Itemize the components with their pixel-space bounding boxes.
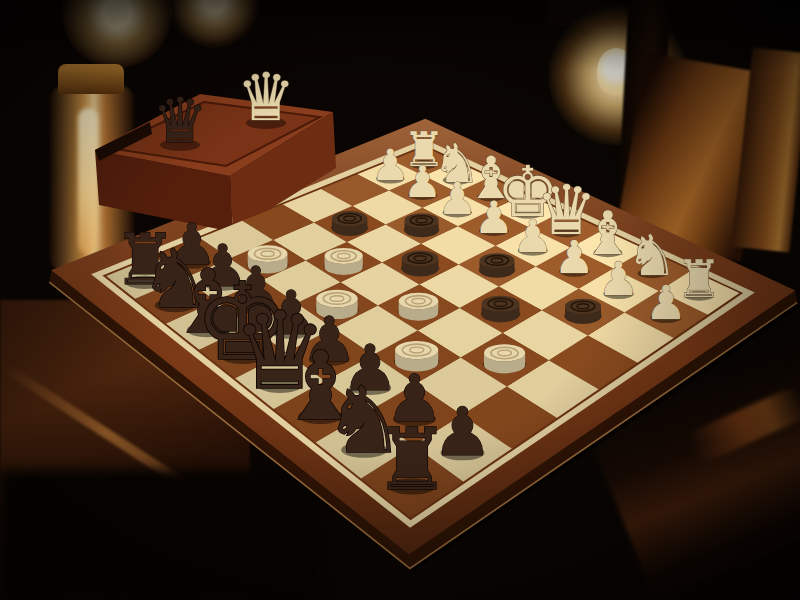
svg-text:♟: ♟ <box>645 275 687 330</box>
white-pawn-g2: ♟ <box>403 157 442 207</box>
svg-text:♟: ♟ <box>438 173 478 224</box>
white-pawn-d2: ♟ <box>513 210 554 263</box>
white-pawn-c2: ♟ <box>554 231 595 284</box>
svg-text:♜: ♜ <box>374 410 450 509</box>
white-pawn-e2: ♟ <box>474 192 514 244</box>
photo-chess-checkers-scene: { "game": "chess with checkers (combinat… <box>0 0 800 600</box>
dark-checker-c4 <box>481 296 521 323</box>
dark-checker-f3 <box>404 213 440 237</box>
spare-black-queen: ♛ <box>152 84 208 157</box>
spare-white-queen: ♛ <box>236 59 295 136</box>
chessboard-scene: ♛♛♜♟♞♟♝♟♚♟♛♟♝♟♟♞♜♟♟♜♞♟♟♝♟♚♟♛♟♝♟♞♟♜ <box>0 0 800 600</box>
svg-text:♟: ♟ <box>513 210 554 263</box>
svg-text:♟: ♟ <box>403 157 442 207</box>
light-checker-b5 <box>483 344 526 373</box>
svg-text:♟: ♟ <box>554 231 595 284</box>
svg-text:♟: ♟ <box>474 192 514 244</box>
dark-checker-g4 <box>331 211 368 236</box>
light-checker-f5 <box>324 248 364 275</box>
white-pawn-f2: ♟ <box>438 173 478 224</box>
svg-text:♟: ♟ <box>598 252 640 306</box>
dark-checker-d3 <box>479 253 516 278</box>
light-checker-d5 <box>398 293 440 321</box>
white-pawn-b2: ♟ <box>598 252 640 306</box>
white-pawn-a2: ♟ <box>645 275 687 330</box>
dark-checker-b3 <box>564 299 602 324</box>
black-rook-a8: ♜ <box>374 410 450 509</box>
dark-checker-e4 <box>401 251 439 277</box>
svg-text:♛: ♛ <box>236 59 295 136</box>
svg-text:♛: ♛ <box>152 84 208 157</box>
